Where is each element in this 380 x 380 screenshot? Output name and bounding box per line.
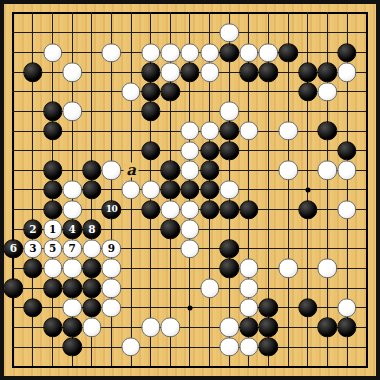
white-stone[interactable] <box>337 298 356 317</box>
black-stone[interactable] <box>220 141 239 160</box>
black-stone[interactable] <box>200 141 219 160</box>
white-stone[interactable] <box>43 259 62 278</box>
move-number: 10 <box>106 205 118 214</box>
white-stone[interactable] <box>102 278 121 297</box>
black-stone[interactable] <box>141 102 160 121</box>
black-stone[interactable] <box>259 337 278 356</box>
black-stone[interactable] <box>43 318 62 337</box>
white-stone[interactable] <box>220 318 239 337</box>
white-stone[interactable]: 3 <box>23 239 42 258</box>
white-stone[interactable] <box>200 62 219 81</box>
white-stone[interactable]: 5 <box>43 239 62 258</box>
white-stone[interactable] <box>239 259 258 278</box>
move-number: 9 <box>108 244 115 255</box>
white-stone[interactable] <box>318 161 337 180</box>
black-stone[interactable] <box>298 82 317 101</box>
white-stone[interactable] <box>141 43 160 62</box>
black-stone[interactable] <box>200 161 219 180</box>
white-stone[interactable] <box>161 62 180 81</box>
black-stone[interactable] <box>239 200 258 219</box>
black-stone[interactable] <box>161 180 180 199</box>
move-number: 5 <box>49 244 56 255</box>
black-stone[interactable] <box>43 278 62 297</box>
white-stone[interactable] <box>141 318 160 337</box>
white-stone[interactable] <box>62 298 81 317</box>
move-number: 4 <box>69 224 76 235</box>
black-stone[interactable] <box>318 121 337 140</box>
black-stone[interactable]: 4 <box>62 220 81 239</box>
white-stone[interactable]: 9 <box>102 239 121 258</box>
black-stone[interactable] <box>180 62 199 81</box>
black-stone[interactable] <box>278 43 297 62</box>
white-stone[interactable] <box>318 82 337 101</box>
black-stone[interactable] <box>23 259 42 278</box>
grid-line-vertical <box>288 12 289 367</box>
white-stone[interactable] <box>239 337 258 356</box>
white-stone[interactable] <box>102 161 121 180</box>
white-stone[interactable] <box>278 259 297 278</box>
white-stone[interactable] <box>278 121 297 140</box>
white-stone[interactable] <box>121 82 140 101</box>
black-stone[interactable] <box>23 62 42 81</box>
black-stone[interactable] <box>161 82 180 101</box>
white-stone[interactable] <box>161 200 180 219</box>
white-stone[interactable] <box>220 180 239 199</box>
white-stone[interactable] <box>278 161 297 180</box>
white-stone[interactable] <box>318 259 337 278</box>
white-stone[interactable] <box>239 121 258 140</box>
black-stone[interactable]: 8 <box>82 220 101 239</box>
black-stone[interactable] <box>141 141 160 160</box>
white-stone[interactable] <box>102 43 121 62</box>
white-stone[interactable] <box>141 180 160 199</box>
black-stone[interactable] <box>200 200 219 219</box>
white-stone[interactable] <box>180 121 199 140</box>
white-stone[interactable] <box>43 43 62 62</box>
black-stone[interactable] <box>220 259 239 278</box>
black-stone[interactable] <box>62 278 81 297</box>
white-stone[interactable] <box>220 23 239 42</box>
black-stone[interactable] <box>298 200 317 219</box>
white-stone[interactable]: 7 <box>62 239 81 258</box>
black-stone[interactable] <box>82 259 101 278</box>
black-stone[interactable] <box>43 121 62 140</box>
move-number: 2 <box>29 224 36 235</box>
black-stone[interactable]: 2 <box>23 220 42 239</box>
white-stone[interactable] <box>180 220 199 239</box>
white-stone[interactable] <box>220 337 239 356</box>
black-stone[interactable] <box>82 161 101 180</box>
white-stone[interactable] <box>180 239 199 258</box>
grid-line-horizontal <box>12 366 367 368</box>
black-stone[interactable] <box>180 180 199 199</box>
white-stone[interactable] <box>239 278 258 297</box>
black-stone[interactable] <box>23 298 42 317</box>
black-stone[interactable] <box>62 318 81 337</box>
point-label-a[interactable]: a <box>124 163 139 178</box>
white-stone[interactable] <box>82 239 101 258</box>
white-stone[interactable] <box>200 121 219 140</box>
white-stone[interactable] <box>200 43 219 62</box>
black-stone[interactable] <box>43 180 62 199</box>
white-stone[interactable] <box>200 278 219 297</box>
move-number: 8 <box>88 224 95 235</box>
black-stone[interactable] <box>259 298 278 317</box>
white-stone[interactable] <box>337 62 356 81</box>
white-stone[interactable] <box>180 141 199 160</box>
black-stone[interactable] <box>318 318 337 337</box>
black-stone[interactable] <box>82 180 101 199</box>
white-stone[interactable] <box>239 43 258 62</box>
star-point <box>187 305 192 310</box>
white-stone[interactable] <box>121 180 140 199</box>
white-stone[interactable]: 1 <box>43 220 62 239</box>
black-stone[interactable] <box>318 62 337 81</box>
white-stone[interactable] <box>337 200 356 219</box>
black-stone[interactable] <box>239 318 258 337</box>
white-stone[interactable] <box>239 298 258 317</box>
white-stone[interactable] <box>180 161 199 180</box>
black-stone[interactable] <box>141 62 160 81</box>
black-stone[interactable] <box>259 318 278 337</box>
white-stone[interactable] <box>259 43 278 62</box>
go-board-frame: 10214863579a <box>0 0 380 380</box>
white-stone[interactable] <box>161 43 180 62</box>
black-stone[interactable] <box>43 102 62 121</box>
white-stone[interactable] <box>121 337 140 356</box>
star-point <box>305 187 310 192</box>
black-stone[interactable] <box>161 220 180 239</box>
black-stone[interactable] <box>220 43 239 62</box>
white-stone[interactable] <box>62 200 81 219</box>
black-stone[interactable] <box>337 43 356 62</box>
black-stone[interactable] <box>82 278 101 297</box>
move-number: 1 <box>49 224 56 235</box>
black-stone[interactable] <box>82 298 101 317</box>
white-stone[interactable] <box>337 161 356 180</box>
white-stone[interactable] <box>62 62 81 81</box>
black-stone[interactable]: 6 <box>4 239 23 258</box>
black-stone[interactable] <box>43 161 62 180</box>
black-stone[interactable] <box>239 62 258 81</box>
move-number: 7 <box>69 244 76 255</box>
move-number: 3 <box>29 244 36 255</box>
black-stone[interactable] <box>4 278 23 297</box>
black-stone[interactable]: 10 <box>102 200 121 219</box>
black-stone[interactable] <box>220 200 239 219</box>
white-stone[interactable] <box>62 180 81 199</box>
white-stone[interactable] <box>102 259 121 278</box>
black-stone[interactable] <box>161 161 180 180</box>
black-stone[interactable] <box>141 82 160 101</box>
black-stone[interactable] <box>62 337 81 356</box>
black-stone[interactable] <box>200 180 219 199</box>
black-stone[interactable] <box>298 62 317 81</box>
black-stone[interactable] <box>220 239 239 258</box>
black-stone[interactable] <box>141 200 160 219</box>
black-stone[interactable] <box>298 298 317 317</box>
move-number: 6 <box>10 244 17 255</box>
white-stone[interactable] <box>62 102 81 121</box>
black-stone[interactable] <box>337 141 356 160</box>
black-stone[interactable] <box>43 200 62 219</box>
grid-line-vertical <box>366 12 368 367</box>
white-stone[interactable] <box>180 43 199 62</box>
black-stone[interactable] <box>337 318 356 337</box>
go-board[interactable]: 10214863579a <box>4 4 376 376</box>
white-stone[interactable] <box>82 318 101 337</box>
black-stone[interactable] <box>259 62 278 81</box>
white-stone[interactable] <box>220 102 239 121</box>
white-stone[interactable] <box>161 318 180 337</box>
white-stone[interactable] <box>102 298 121 317</box>
black-stone[interactable] <box>220 121 239 140</box>
white-stone[interactable] <box>62 259 81 278</box>
white-stone[interactable] <box>180 200 199 219</box>
